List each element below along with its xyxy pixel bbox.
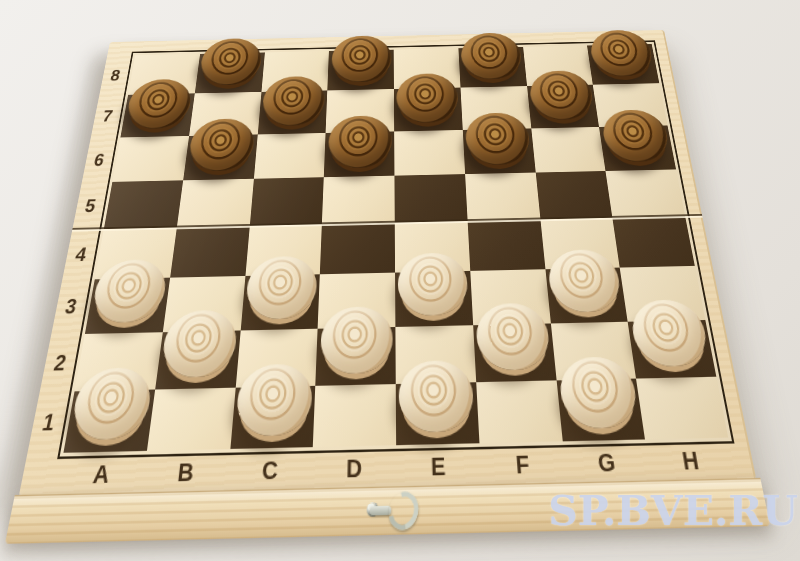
piece-light-g3[interactable] [546, 249, 623, 313]
piece-dark-h6[interactable] [600, 109, 672, 162]
piece-dark-g7[interactable] [528, 70, 595, 120]
piece-light-f2[interactable] [475, 302, 552, 370]
file-label-a: A [56, 455, 146, 495]
piece-light-g1[interactable] [557, 356, 640, 429]
file-label-e: E [396, 447, 481, 486]
piece-dark-d8[interactable] [331, 35, 392, 82]
metal-hook-clasp[interactable] [365, 494, 414, 527]
piece-dark-d6[interactable] [327, 115, 391, 168]
piece-light-c3[interactable] [244, 255, 317, 319]
piece-dark-f6[interactable] [464, 112, 531, 165]
piece-light-a3[interactable] [90, 259, 169, 323]
file-label-c: C [226, 451, 313, 490]
file-label-d: D [311, 449, 396, 488]
piece-dark-b6[interactable] [187, 118, 256, 171]
piece-light-h2[interactable] [628, 299, 711, 367]
piece-dark-f8[interactable] [460, 33, 523, 80]
clasp-hook-icon [383, 485, 424, 537]
piece-light-a1[interactable] [69, 367, 155, 440]
piece-dark-c7[interactable] [261, 75, 325, 125]
board-top-face: 87654321 ABCDEFGH [19, 30, 756, 495]
file-label-b: B [141, 453, 229, 493]
photo-background: 87654321 ABCDEFGH SP.BVE.RU [0, 0, 800, 561]
checkers-board: 87654321 ABCDEFGH [10, 30, 766, 542]
piece-dark-a7[interactable] [125, 78, 194, 128]
piece-dark-h8[interactable] [588, 30, 655, 77]
piece-light-e1[interactable] [399, 360, 475, 433]
watermark: SP.BVE.RU [548, 487, 798, 535]
playing-area [57, 40, 734, 459]
piece-dark-b8[interactable] [198, 38, 263, 86]
piece-light-b2[interactable] [160, 309, 239, 378]
piece-light-c1[interactable] [234, 363, 313, 436]
piece-light-e3[interactable] [398, 252, 469, 316]
piece-dark-e7[interactable] [397, 73, 460, 123]
pieces-layer [63, 44, 728, 453]
file-label-g: G [563, 443, 652, 482]
file-label-h: H [646, 441, 736, 480]
piece-light-d2[interactable] [319, 306, 392, 374]
file-label-f: F [479, 445, 566, 484]
